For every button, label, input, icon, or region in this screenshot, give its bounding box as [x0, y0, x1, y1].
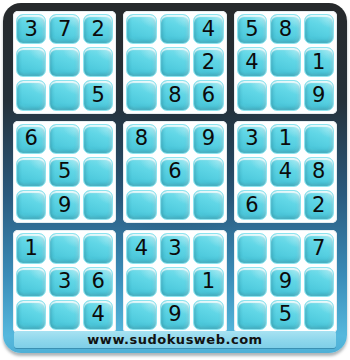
cell-r7c3[interactable]	[83, 233, 113, 263]
cell-r3c8[interactable]	[270, 80, 300, 110]
cell-r4c1[interactable]: 6	[16, 124, 46, 154]
puzzle-frame: 372542865841965989631486213644319795 www…	[3, 3, 347, 353]
cell-r7c6[interactable]	[193, 233, 223, 263]
sudoku-box-2-0: 1364	[13, 230, 116, 333]
cell-r4c2[interactable]	[49, 124, 79, 154]
cell-r1c1[interactable]: 3	[16, 14, 46, 44]
cell-r8c1[interactable]	[16, 267, 46, 297]
cell-r1c3[interactable]: 2	[83, 14, 113, 44]
sudoku-box-1-1: 896	[123, 121, 226, 224]
footer-band: www.sudokusweb.com	[14, 331, 336, 348]
cell-r7c5[interactable]: 3	[160, 233, 190, 263]
cell-r8c8[interactable]: 9	[270, 267, 300, 297]
cell-r2c8[interactable]	[270, 47, 300, 77]
cell-r4c5[interactable]	[160, 124, 190, 154]
cell-r8c2[interactable]: 3	[49, 267, 79, 297]
cell-r9c4[interactable]	[126, 300, 156, 330]
cell-r3c9[interactable]: 9	[304, 80, 334, 110]
cell-r7c9[interactable]: 7	[304, 233, 334, 263]
cell-r2c4[interactable]	[126, 47, 156, 77]
cell-r5c9[interactable]: 8	[304, 157, 334, 187]
cell-r5c2[interactable]: 5	[49, 157, 79, 187]
cell-r1c7[interactable]: 5	[237, 14, 267, 44]
sudoku-box-0-1: 4286	[123, 11, 226, 114]
cell-r6c8[interactable]	[270, 190, 300, 220]
cell-r6c1[interactable]	[16, 190, 46, 220]
cell-r7c1[interactable]: 1	[16, 233, 46, 263]
cell-r5c4[interactable]	[126, 157, 156, 187]
sudoku-box-0-2: 58419	[234, 11, 337, 114]
cell-r4c4[interactable]: 8	[126, 124, 156, 154]
cell-r3c6[interactable]: 6	[193, 80, 223, 110]
cell-r4c8[interactable]: 1	[270, 124, 300, 154]
cell-r7c4[interactable]: 4	[126, 233, 156, 263]
cell-r3c7[interactable]	[237, 80, 267, 110]
cell-r9c1[interactable]	[16, 300, 46, 330]
cell-r2c1[interactable]	[16, 47, 46, 77]
cell-r8c7[interactable]	[237, 267, 267, 297]
cell-r3c3[interactable]: 5	[83, 80, 113, 110]
cell-r6c5[interactable]	[160, 190, 190, 220]
cell-r9c3[interactable]: 4	[83, 300, 113, 330]
cell-r6c3[interactable]	[83, 190, 113, 220]
cell-r5c6[interactable]	[193, 157, 223, 187]
cell-r1c2[interactable]: 7	[49, 14, 79, 44]
cell-r5c7[interactable]	[237, 157, 267, 187]
cell-r3c5[interactable]: 8	[160, 80, 190, 110]
cell-r2c3[interactable]	[83, 47, 113, 77]
cell-r8c3[interactable]: 6	[83, 267, 113, 297]
cell-r5c1[interactable]	[16, 157, 46, 187]
cell-r2c2[interactable]	[49, 47, 79, 77]
cell-r9c2[interactable]	[49, 300, 79, 330]
site-url[interactable]: www.sudokusweb.com	[87, 332, 262, 347]
cell-r5c3[interactable]	[83, 157, 113, 187]
cell-r2c6[interactable]: 2	[193, 47, 223, 77]
cell-r6c9[interactable]: 2	[304, 190, 334, 220]
cell-r3c4[interactable]	[126, 80, 156, 110]
cell-r5c5[interactable]: 6	[160, 157, 190, 187]
cell-r6c6[interactable]	[193, 190, 223, 220]
cell-r1c9[interactable]	[304, 14, 334, 44]
cell-r8c9[interactable]	[304, 267, 334, 297]
cell-r6c7[interactable]: 6	[237, 190, 267, 220]
cell-r8c5[interactable]	[160, 267, 190, 297]
cell-r4c7[interactable]: 3	[237, 124, 267, 154]
cell-r9c9[interactable]	[304, 300, 334, 330]
cell-r6c4[interactable]	[126, 190, 156, 220]
cell-r3c1[interactable]	[16, 80, 46, 110]
sudoku-box-2-1: 4319	[123, 230, 226, 333]
cell-r1c5[interactable]	[160, 14, 190, 44]
cell-r9c6[interactable]	[193, 300, 223, 330]
sudoku-box-2-2: 795	[234, 230, 337, 333]
cell-r6c2[interactable]: 9	[49, 190, 79, 220]
cell-r1c6[interactable]: 4	[193, 14, 223, 44]
cell-r1c4[interactable]	[126, 14, 156, 44]
sudoku-box-1-2: 314862	[234, 121, 337, 224]
cell-r4c6[interactable]: 9	[193, 124, 223, 154]
cell-r1c8[interactable]: 8	[270, 14, 300, 44]
cell-r5c8[interactable]: 4	[270, 157, 300, 187]
cell-r8c6[interactable]: 1	[193, 267, 223, 297]
sudoku-board: 372542865841965989631486213644319795	[13, 11, 337, 333]
sudoku-box-0-0: 3725	[13, 11, 116, 114]
cell-r4c9[interactable]	[304, 124, 334, 154]
cell-r9c5[interactable]: 9	[160, 300, 190, 330]
cell-r2c5[interactable]	[160, 47, 190, 77]
cell-r2c9[interactable]: 1	[304, 47, 334, 77]
cell-r3c2[interactable]	[49, 80, 79, 110]
cell-r4c3[interactable]	[83, 124, 113, 154]
cell-r2c7[interactable]: 4	[237, 47, 267, 77]
cell-r7c8[interactable]	[270, 233, 300, 263]
cell-r9c8[interactable]: 5	[270, 300, 300, 330]
cell-r8c4[interactable]	[126, 267, 156, 297]
cell-r7c7[interactable]	[237, 233, 267, 263]
sudoku-box-1-0: 659	[13, 121, 116, 224]
cell-r9c7[interactable]	[237, 300, 267, 330]
cell-r7c2[interactable]	[49, 233, 79, 263]
